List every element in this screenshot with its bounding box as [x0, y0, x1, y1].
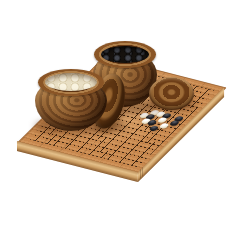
star-point	[95, 140, 97, 141]
star-point	[120, 114, 122, 115]
black-stone: ●	[168, 120, 180, 126]
corner-joint	[139, 167, 143, 180]
star-point	[131, 149, 133, 150]
bowl-white-stones	[45, 73, 97, 91]
black-stone: ●	[148, 125, 160, 131]
white-stone-bowl	[35, 69, 107, 131]
star-point	[156, 124, 158, 125]
bowl-black-stones	[101, 46, 149, 63]
go-set-photo: ○○●●○●○●○●○●	[0, 0, 240, 240]
dish-lid	[149, 77, 194, 110]
